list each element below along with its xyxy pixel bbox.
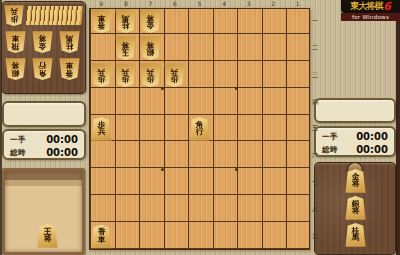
- board-cell-64[interactable]: [164, 90, 188, 116]
- gote-hand-pawn[interactable]: 歩兵: [4, 5, 24, 26]
- board-cell-86[interactable]: [115, 143, 139, 169]
- gote-hand-香車[interactable]: 香車: [59, 58, 80, 80]
- piece-kanji: 将: [147, 14, 155, 22]
- board-cell-18[interactable]: [286, 197, 310, 223]
- sente-move-time-value: 00:00: [356, 131, 388, 142]
- piece-box-王将[interactable]: 王将: [37, 224, 58, 248]
- piece-kanji: 兵: [97, 68, 105, 76]
- file-label-1: 1: [285, 0, 310, 8]
- board-cell-94[interactable]: [90, 90, 114, 116]
- gote-name-panel: [2, 101, 86, 127]
- piece-kanji: 将: [352, 180, 360, 188]
- board-cell-28[interactable]: [262, 197, 286, 223]
- board-piece-83[interactable]: 歩兵: [115, 63, 136, 87]
- board-cell-97[interactable]: [90, 170, 114, 196]
- board-cell-19[interactable]: [286, 224, 310, 250]
- file-label-3: 3: [236, 0, 261, 8]
- gote-hand-pawn-stack[interactable]: [75, 6, 83, 25]
- board-cell-47[interactable]: [213, 170, 237, 196]
- gote-total-time-value: 00:00: [46, 147, 78, 158]
- file-label-9: 9: [89, 0, 114, 8]
- board-star-point: [235, 168, 238, 171]
- board-cell-31[interactable]: [237, 9, 261, 35]
- board-piece-55[interactable]: 角行: [189, 117, 210, 141]
- piece-kanji: 歩: [97, 76, 105, 84]
- sente-total-time-label: 総時: [322, 145, 338, 155]
- board-cell-35[interactable]: [237, 117, 261, 143]
- board-cell-58[interactable]: [188, 197, 212, 223]
- sente-hand-金将[interactable]: 金将: [345, 169, 366, 193]
- board-cell-32[interactable]: [237, 36, 261, 62]
- piece-kanji: 将: [122, 41, 130, 49]
- file-label-6: 6: [163, 0, 188, 8]
- piece-kanji: 金: [147, 22, 155, 30]
- rank-label-7: 七: [310, 169, 320, 196]
- file-label-7: 7: [138, 0, 163, 8]
- board-cell-29[interactable]: [262, 224, 286, 250]
- board-cell-27[interactable]: [262, 170, 286, 196]
- piece-kanji: 馬: [122, 14, 130, 22]
- board-cell-49[interactable]: [213, 224, 237, 250]
- board-cell-16[interactable]: [286, 143, 310, 169]
- file-label-8: 8: [114, 0, 139, 8]
- piece-kanji: 行: [196, 128, 204, 136]
- app-logo: 東大将棋 6: [341, 0, 400, 13]
- board-cell-96[interactable]: [90, 143, 114, 169]
- board-cell-44[interactable]: [213, 90, 237, 116]
- rank-label-4: 四: [310, 89, 320, 116]
- gote-total-time-label: 総時: [10, 148, 26, 158]
- board-cell-62[interactable]: [164, 36, 188, 62]
- sente-name-panel: [314, 98, 396, 123]
- board-cell-57[interactable]: [188, 170, 212, 196]
- board-cell-46[interactable]: [213, 143, 237, 169]
- app-logo-subtitle-strip: for Windows: [341, 13, 400, 21]
- board-piece-73[interactable]: 歩兵: [140, 63, 161, 87]
- app-logo-title: 東大将棋: [350, 0, 382, 13]
- board-cell-45[interactable]: [213, 117, 237, 143]
- board-cell-54[interactable]: [188, 90, 212, 116]
- sente-clock-panel: 一手 00:00 総時 00:00: [314, 126, 396, 157]
- board-cell-89[interactable]: [115, 224, 139, 250]
- board-cell-76[interactable]: [139, 143, 163, 169]
- board-cell-43[interactable]: [213, 63, 237, 89]
- board-cell-23[interactable]: [262, 63, 286, 89]
- shogi-app-window: 一手 00:00 総時 00:00 一手 00:00 総時 00:00 東大将棋…: [0, 0, 400, 255]
- piece-kanji: 将: [147, 41, 155, 49]
- gote-hand-金将[interactable]: 金将: [32, 31, 53, 53]
- piece-kanji: 車: [97, 236, 105, 244]
- app-logo-version-badge: 6: [383, 0, 391, 13]
- piece-kanji: 車: [97, 14, 105, 22]
- gote-move-time-value: 00:00: [46, 134, 78, 145]
- sente-move-time-label: 一手: [322, 132, 338, 142]
- piece-kanji: 飛: [12, 42, 20, 50]
- board-piece-72[interactable]: 銀将: [140, 36, 161, 60]
- piece-kanji: 香: [66, 69, 74, 77]
- gote-move-time-label: 一手: [10, 135, 26, 145]
- piece-kanji: 兵: [97, 128, 105, 136]
- sente-total-time-value: 00:00: [356, 144, 388, 155]
- board-cell-79[interactable]: [139, 224, 163, 250]
- right-edge-trim: [396, 0, 400, 255]
- board-cell-87[interactable]: [115, 170, 139, 196]
- board-cell-21[interactable]: [262, 9, 286, 35]
- board-cell-68[interactable]: [164, 197, 188, 223]
- piece-kanji: 銀: [147, 49, 155, 57]
- app-logo-subtitle: for Windows: [352, 14, 389, 20]
- board-cell-66[interactable]: [164, 143, 188, 169]
- board-cell-17[interactable]: [286, 170, 310, 196]
- board-cell-92[interactable]: [90, 36, 114, 62]
- board-cell-52[interactable]: [188, 36, 212, 62]
- board-cell-98[interactable]: [90, 197, 114, 223]
- board-cell-51[interactable]: [188, 9, 212, 35]
- piece-kanji: 将: [352, 207, 360, 215]
- piece-kanji: 車: [66, 61, 74, 69]
- gote-clock-panel: 一手 00:00 総時 00:00: [2, 129, 86, 160]
- board-cell-36[interactable]: [237, 143, 261, 169]
- piece-kanji: 角: [39, 69, 47, 77]
- piece-kanji: 香: [97, 22, 105, 30]
- board-cell-61[interactable]: [164, 9, 188, 35]
- board-cell-14[interactable]: [286, 90, 310, 116]
- board-cell-74[interactable]: [139, 90, 163, 116]
- board-cell-53[interactable]: [188, 63, 212, 89]
- gote-hand-飛車[interactable]: 飛車: [5, 31, 26, 53]
- piece-kanji: 兵: [122, 68, 130, 76]
- sente-hand-銀将[interactable]: 銀将: [345, 196, 366, 220]
- rank-label-8: 八: [310, 196, 320, 223]
- gote-hand-銀将[interactable]: 銀将: [5, 58, 26, 80]
- file-label-4: 4: [212, 0, 237, 8]
- rank-label-2: 二: [310, 35, 320, 62]
- board-cell-11[interactable]: [286, 9, 310, 35]
- piece-kanji: 馬: [66, 34, 74, 42]
- board-piece-81[interactable]: 桂馬: [115, 9, 136, 33]
- board-cell-25[interactable]: [262, 117, 286, 143]
- piece-kanji: 桂: [66, 42, 74, 50]
- piece-kanji: 兵: [147, 68, 155, 76]
- board-cell-78[interactable]: [139, 197, 163, 223]
- file-label-5: 5: [187, 0, 212, 8]
- board-piece-93[interactable]: 歩兵: [91, 63, 112, 87]
- board-cell-39[interactable]: [237, 224, 261, 250]
- piece-kanji: 玉: [122, 49, 130, 57]
- board-piece-82[interactable]: 玉将: [115, 36, 136, 60]
- rank-label-9: 九: [310, 223, 320, 250]
- sente-hand-桂馬[interactable]: 桂馬: [345, 223, 366, 247]
- piece-kanji: 桂: [122, 22, 130, 30]
- board-cell-13[interactable]: [286, 63, 310, 89]
- board-cell-84[interactable]: [115, 90, 139, 116]
- board-cell-65[interactable]: [164, 117, 188, 143]
- piece-kanji: 兵: [10, 7, 18, 15]
- piece-kanji: 車: [12, 34, 20, 42]
- board-cell-22[interactable]: [262, 36, 286, 62]
- board-cell-33[interactable]: [237, 63, 261, 89]
- rank-label-1: 一: [310, 8, 320, 35]
- board-piece-91[interactable]: 香車: [91, 9, 112, 33]
- board-piece-99[interactable]: 香車: [91, 225, 112, 249]
- board-cell-41[interactable]: [213, 9, 237, 35]
- board-cell-56[interactable]: [188, 143, 212, 169]
- piece-kanji: 兵: [171, 68, 179, 76]
- board-cell-42[interactable]: [213, 36, 237, 62]
- board-cell-24[interactable]: [262, 90, 286, 116]
- board-cell-34[interactable]: [237, 90, 261, 116]
- board-cell-88[interactable]: [115, 197, 139, 223]
- board-cell-37[interactable]: [237, 170, 261, 196]
- piece-kanji: 馬: [352, 234, 360, 242]
- piece-kanji: 銀: [12, 69, 20, 77]
- file-label-2: 2: [261, 0, 286, 8]
- board-cell-12[interactable]: [286, 36, 310, 62]
- piece-kanji: 将: [44, 235, 52, 243]
- board-cell-38[interactable]: [237, 197, 261, 223]
- board-cell-48[interactable]: [213, 197, 237, 223]
- rank-label-3: 三: [310, 62, 320, 89]
- piece-kanji: 歩: [171, 76, 179, 84]
- rank-label-6: 六: [310, 142, 320, 169]
- board-cell-75[interactable]: [139, 117, 163, 143]
- board-cell-26[interactable]: [262, 143, 286, 169]
- piece-kanji: 歩: [122, 76, 130, 84]
- board-cell-77[interactable]: [139, 170, 163, 196]
- board-cell-85[interactable]: [115, 117, 139, 143]
- piece-kanji: 歩: [10, 15, 18, 23]
- board-cell-59[interactable]: [188, 224, 212, 250]
- board-cell-69[interactable]: [164, 224, 188, 250]
- piece-kanji: 将: [12, 61, 20, 69]
- piece-kanji: 行: [39, 61, 47, 69]
- board-cell-67[interactable]: [164, 170, 188, 196]
- board-piece-63[interactable]: 歩兵: [164, 63, 185, 87]
- board-cell-15[interactable]: [286, 117, 310, 143]
- rank-label-5: 五: [310, 116, 320, 143]
- board-piece-95[interactable]: 歩兵: [91, 117, 112, 141]
- piece-kanji: 歩: [147, 76, 155, 84]
- board-piece-71[interactable]: 金将: [140, 9, 161, 33]
- gote-hand-角行[interactable]: 角行: [32, 58, 53, 80]
- gote-hand-桂馬[interactable]: 桂馬: [59, 31, 80, 53]
- piece-kanji: 将: [39, 34, 47, 42]
- piece-kanji: 金: [39, 42, 47, 50]
